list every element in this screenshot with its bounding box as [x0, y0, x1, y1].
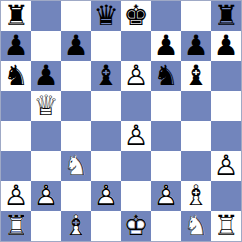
square-h7[interactable]: ♟ [211, 31, 241, 61]
square-e6[interactable]: ♟♙ [121, 61, 151, 91]
square-h1[interactable]: ♜♖ [211, 211, 241, 241]
piece-black-pawn[interactable]: ♟ [211, 31, 241, 61]
square-f7[interactable]: ♟ [151, 31, 181, 61]
square-c5[interactable] [61, 91, 91, 121]
square-c6[interactable] [61, 61, 91, 91]
square-d8[interactable]: ♛ [91, 1, 121, 31]
piece-white-pawn[interactable]: ♟♙ [151, 181, 181, 211]
square-a6[interactable]: ♞ [1, 61, 31, 91]
square-h4[interactable] [211, 121, 241, 151]
square-a7[interactable]: ♟ [1, 31, 31, 61]
piece-white-queen[interactable]: ♛♕ [31, 91, 61, 121]
white-pawn-outline-glyph: ♙ [211, 151, 241, 181]
square-e3[interactable] [121, 151, 151, 181]
piece-white-pawn[interactable]: ♟♙ [211, 151, 241, 181]
piece-white-rook[interactable]: ♜♖ [1, 211, 31, 241]
square-e8[interactable]: ♚ [121, 1, 151, 31]
square-f8[interactable] [151, 1, 181, 31]
square-f3[interactable] [151, 151, 181, 181]
piece-black-knight[interactable]: ♞ [151, 61, 181, 91]
piece-white-rook[interactable]: ♜♖ [211, 211, 241, 241]
white-rook-outline-glyph: ♖ [1, 211, 31, 241]
black-pawn-glyph: ♟ [61, 31, 91, 61]
piece-black-queen[interactable]: ♛ [91, 1, 121, 31]
square-d4[interactable] [91, 121, 121, 151]
black-queen-glyph: ♛ [91, 1, 121, 31]
square-e4[interactable]: ♟♙ [121, 121, 151, 151]
piece-black-knight[interactable]: ♞ [1, 61, 31, 91]
piece-white-pawn[interactable]: ♟♙ [1, 181, 31, 211]
square-a8[interactable]: ♜ [1, 1, 31, 31]
piece-black-pawn[interactable]: ♟ [151, 31, 181, 61]
square-d2[interactable]: ♟♙ [91, 181, 121, 211]
square-a4[interactable] [1, 121, 31, 151]
square-e5[interactable] [121, 91, 151, 121]
square-a5[interactable] [1, 91, 31, 121]
piece-white-pawn[interactable]: ♟♙ [31, 181, 61, 211]
black-king-glyph: ♚ [121, 1, 151, 31]
black-knight-glyph: ♞ [151, 61, 181, 91]
square-c2[interactable] [61, 181, 91, 211]
piece-white-knight[interactable]: ♞♘ [61, 151, 91, 181]
piece-white-pawn[interactable]: ♟♙ [121, 121, 151, 151]
square-h2[interactable] [211, 181, 241, 211]
piece-black-pawn[interactable]: ♟ [181, 31, 211, 61]
square-g4[interactable] [181, 121, 211, 151]
square-b4[interactable] [31, 121, 61, 151]
square-f5[interactable] [151, 91, 181, 121]
square-f4[interactable] [151, 121, 181, 151]
black-knight-glyph: ♞ [1, 61, 31, 91]
square-b3[interactable] [31, 151, 61, 181]
piece-black-pawn[interactable]: ♟ [1, 31, 31, 61]
square-h5[interactable] [211, 91, 241, 121]
black-pawn-glyph: ♟ [181, 31, 211, 61]
square-g8[interactable] [181, 1, 211, 31]
square-h3[interactable]: ♟♙ [211, 151, 241, 181]
piece-white-king[interactable]: ♚♔ [121, 211, 151, 241]
square-g2[interactable]: ♝♗ [181, 181, 211, 211]
square-c8[interactable] [61, 1, 91, 31]
piece-black-rook[interactable]: ♜ [211, 1, 241, 31]
square-b2[interactable]: ♟♙ [31, 181, 61, 211]
black-pawn-glyph: ♟ [1, 31, 31, 61]
square-e7[interactable] [121, 31, 151, 61]
black-rook-glyph: ♜ [1, 1, 31, 31]
white-bishop-outline-glyph: ♗ [61, 211, 91, 241]
square-f2[interactable]: ♟♙ [151, 181, 181, 211]
white-pawn-outline-glyph: ♙ [31, 181, 61, 211]
square-d3[interactable] [91, 151, 121, 181]
square-e1[interactable]: ♚♔ [121, 211, 151, 241]
piece-black-king[interactable]: ♚ [121, 1, 151, 31]
white-pawn-outline-glyph: ♙ [121, 121, 151, 151]
black-pawn-glyph: ♟ [151, 31, 181, 61]
square-b8[interactable] [31, 1, 61, 31]
piece-white-pawn[interactable]: ♟♙ [91, 181, 121, 211]
square-e2[interactable] [121, 181, 151, 211]
square-b1[interactable] [31, 211, 61, 241]
piece-white-pawn[interactable]: ♟♙ [121, 61, 151, 91]
square-h8[interactable]: ♜ [211, 1, 241, 31]
white-knight-outline-glyph: ♘ [181, 211, 211, 241]
square-a3[interactable] [1, 151, 31, 181]
square-c4[interactable] [61, 121, 91, 151]
square-a1[interactable]: ♜♖ [1, 211, 31, 241]
piece-black-pawn[interactable]: ♟ [31, 61, 61, 91]
square-g5[interactable] [181, 91, 211, 121]
square-a2[interactable]: ♟♙ [1, 181, 31, 211]
square-d7[interactable] [91, 31, 121, 61]
square-d1[interactable] [91, 211, 121, 241]
white-queen-outline-glyph: ♕ [31, 91, 61, 121]
white-king-outline-glyph: ♔ [121, 211, 151, 241]
square-c1[interactable]: ♝♗ [61, 211, 91, 241]
square-g6[interactable]: ♝ [181, 61, 211, 91]
square-h6[interactable] [211, 61, 241, 91]
piece-white-bishop[interactable]: ♝♗ [181, 181, 211, 211]
square-c3[interactable]: ♞♘ [61, 151, 91, 181]
white-rook-outline-glyph: ♖ [211, 211, 241, 241]
piece-white-bishop[interactable]: ♝♗ [61, 211, 91, 241]
white-pawn-outline-glyph: ♙ [151, 181, 181, 211]
black-pawn-glyph: ♟ [211, 31, 241, 61]
piece-black-bishop[interactable]: ♝ [91, 61, 121, 91]
white-pawn-outline-glyph: ♙ [121, 61, 151, 91]
square-d5[interactable] [91, 91, 121, 121]
black-bishop-glyph: ♝ [91, 61, 121, 91]
piece-black-bishop[interactable]: ♝ [181, 61, 211, 91]
square-b5[interactable]: ♛♕ [31, 91, 61, 121]
square-g7[interactable]: ♟ [181, 31, 211, 61]
black-rook-glyph: ♜ [211, 1, 241, 31]
square-f6[interactable]: ♞ [151, 61, 181, 91]
square-b7[interactable] [31, 31, 61, 61]
black-pawn-glyph: ♟ [31, 61, 61, 91]
square-d6[interactable]: ♝ [91, 61, 121, 91]
white-pawn-outline-glyph: ♙ [91, 181, 121, 211]
black-bishop-glyph: ♝ [181, 61, 211, 91]
piece-black-pawn[interactable]: ♟ [61, 31, 91, 61]
white-knight-outline-glyph: ♘ [61, 151, 91, 181]
square-f1[interactable] [151, 211, 181, 241]
white-bishop-outline-glyph: ♗ [181, 181, 211, 211]
chess-board: ♜♛♚♜♟♟♟♟♟♞♟♝♟♙♞♝♛♕♟♙♞♘♟♙♟♙♟♙♟♙♟♙♝♗♜♖♝♗♚♔… [0, 0, 242, 242]
square-c7[interactable]: ♟ [61, 31, 91, 61]
piece-white-knight[interactable]: ♞♘ [181, 211, 211, 241]
square-g1[interactable]: ♞♘ [181, 211, 211, 241]
square-b6[interactable]: ♟ [31, 61, 61, 91]
piece-black-rook[interactable]: ♜ [1, 1, 31, 31]
square-g3[interactable] [181, 151, 211, 181]
white-pawn-outline-glyph: ♙ [1, 181, 31, 211]
